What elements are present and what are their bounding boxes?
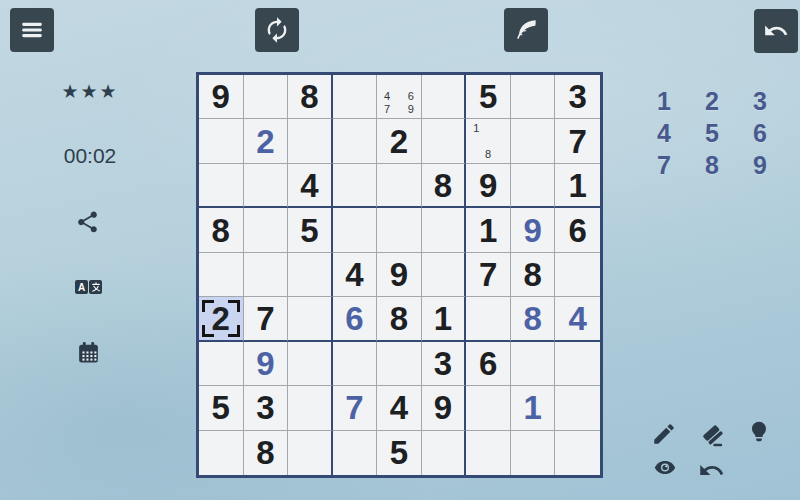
share-button[interactable] <box>75 209 100 235</box>
refresh-icon <box>263 16 291 44</box>
pencil-tool-button[interactable] <box>651 421 677 447</box>
cell-r9c2[interactable]: 8 <box>244 431 289 475</box>
given-digit: 3 <box>256 391 274 424</box>
selection-bracket <box>228 325 240 337</box>
cell-r2c1[interactable] <box>199 119 244 163</box>
eraser-icon <box>699 423 725 449</box>
cell-r1c1[interactable]: 9 <box>199 75 244 119</box>
share-icon <box>75 209 100 235</box>
given-digit: 8 <box>300 80 318 113</box>
given-digit: 1 <box>569 169 587 202</box>
given-digit: 8 <box>212 214 230 247</box>
cell-r7c9[interactable] <box>555 342 600 386</box>
eye-icon <box>650 456 680 479</box>
given-digit: 5 <box>390 436 408 469</box>
user-digit: 9 <box>256 347 274 380</box>
cell-r6c4[interactable]: 6 <box>333 297 378 341</box>
user-digit: 2 <box>256 125 274 158</box>
cell-r9c6[interactable] <box>422 431 467 475</box>
cell-r9c8[interactable] <box>511 431 556 475</box>
numpad-digit-4[interactable]: 4 <box>640 117 688 149</box>
calendar-icon <box>76 339 101 366</box>
given-digit: 9 <box>212 80 230 113</box>
given-digit: 4 <box>345 258 363 291</box>
cell-r8c1[interactable]: 5 <box>199 386 244 430</box>
given-digit: 2 <box>390 125 408 158</box>
cell-r8c5[interactable]: 4 <box>377 386 422 430</box>
cell-r3c7[interactable]: 9 <box>466 164 511 208</box>
user-digit: 4 <box>569 302 587 335</box>
reveal-button[interactable] <box>650 456 680 479</box>
cell-r6c7[interactable] <box>466 297 511 341</box>
cell-r1c4[interactable] <box>333 75 378 119</box>
cell-r7c2[interactable]: 9 <box>244 342 289 386</box>
given-digit: 7 <box>256 302 274 335</box>
cell-r4c3[interactable]: 5 <box>288 208 333 252</box>
cell-r7c3[interactable] <box>288 342 333 386</box>
cell-r6c6[interactable]: 1 <box>422 297 467 341</box>
cell-r2c5[interactable]: 2 <box>377 119 422 163</box>
user-digit: 8 <box>523 302 541 335</box>
pencil-marks: 4679 <box>381 77 417 116</box>
cell-r8c8[interactable]: 1 <box>511 386 556 430</box>
sudoku-board: 9846795322187489185196497827681849365374… <box>196 72 603 478</box>
selection-bracket <box>202 325 214 337</box>
cell-r4c6[interactable] <box>422 208 467 252</box>
cell-r7c8[interactable] <box>511 342 556 386</box>
numpad-digit-3[interactable]: 3 <box>736 85 784 117</box>
cell-r3c5[interactable] <box>377 164 422 208</box>
user-digit: 7 <box>345 391 363 424</box>
cell-r5c4[interactable]: 4 <box>333 253 378 297</box>
cell-r1c3[interactable]: 8 <box>288 75 333 119</box>
cell-r5c8[interactable]: 8 <box>511 253 556 297</box>
cell-r8c2[interactable]: 3 <box>244 386 289 430</box>
cell-r6c9[interactable]: 4 <box>555 297 600 341</box>
menu-button[interactable] <box>10 8 54 52</box>
cell-r8c6[interactable]: 9 <box>422 386 467 430</box>
timer: 00:02 <box>44 144 136 168</box>
cell-r8c7[interactable] <box>466 386 511 430</box>
cell-r2c2[interactable]: 2 <box>244 119 289 163</box>
undo-bottom-icon <box>698 457 725 484</box>
given-digit: 1 <box>434 302 452 335</box>
given-digit: 7 <box>479 258 497 291</box>
undo-icon <box>763 18 789 44</box>
cell-r5c9[interactable] <box>555 253 600 297</box>
cell-r4c7[interactable]: 1 <box>466 208 511 252</box>
given-digit: 9 <box>434 391 452 424</box>
given-digit: 5 <box>212 391 230 424</box>
pencil-icon <box>651 421 677 447</box>
cell-r6c8[interactable]: 8 <box>511 297 556 341</box>
numpad: 1 2 3 4 5 6 7 8 9 <box>640 85 784 181</box>
feather-icon <box>513 17 539 43</box>
given-digit: 5 <box>300 214 318 247</box>
numpad-digit-9[interactable]: 9 <box>736 149 784 181</box>
cell-r3c9[interactable]: 1 <box>555 164 600 208</box>
translate-letter-a: A <box>75 280 88 294</box>
eraser-tool-button[interactable] <box>699 423 725 449</box>
numpad-digit-6[interactable]: 6 <box>736 117 784 149</box>
cell-r6c5[interactable]: 8 <box>377 297 422 341</box>
selection-bracket <box>202 300 214 312</box>
given-digit: 3 <box>569 80 587 113</box>
undo-top-button[interactable] <box>754 9 798 53</box>
cell-r4c9[interactable]: 6 <box>555 208 600 252</box>
difficulty-stars: ★★★ <box>44 80 136 103</box>
given-digit: 8 <box>390 302 408 335</box>
calendar-button[interactable] <box>76 339 101 366</box>
cell-r7c4[interactable] <box>333 342 378 386</box>
given-digit: 4 <box>300 169 318 202</box>
cell-r2c3[interactable] <box>288 119 333 163</box>
cell-r4c5[interactable] <box>377 208 422 252</box>
given-digit: 6 <box>569 214 587 247</box>
cell-r4c1[interactable]: 8 <box>199 208 244 252</box>
given-digit: 8 <box>256 436 274 469</box>
user-digit: 6 <box>345 302 363 335</box>
cell-r3c3[interactable]: 4 <box>288 164 333 208</box>
cell-r2c9[interactable]: 7 <box>555 119 600 163</box>
given-digit: 9 <box>390 258 408 291</box>
cell-r9c5[interactable]: 5 <box>377 431 422 475</box>
numpad-digit-8[interactable]: 8 <box>688 149 736 181</box>
cell-r4c4[interactable] <box>333 208 378 252</box>
new-game-button[interactable] <box>255 8 299 52</box>
translate-cjk-glyph <box>89 280 102 294</box>
cell-r3c4[interactable] <box>333 164 378 208</box>
cell-r2c8[interactable] <box>511 119 556 163</box>
cell-r1c2[interactable] <box>244 75 289 119</box>
cell-r6c1[interactable]: 2 <box>199 297 244 341</box>
cell-r7c5[interactable] <box>377 342 422 386</box>
selection-bracket <box>228 300 240 312</box>
cell-r1c8[interactable] <box>511 75 556 119</box>
numpad-digit-1[interactable]: 1 <box>640 85 688 117</box>
cell-r1c5[interactable]: 4679 <box>377 75 422 119</box>
cell-r4c8[interactable]: 9 <box>511 208 556 252</box>
pencil-mode-button[interactable] <box>504 8 548 52</box>
cell-r5c3[interactable] <box>288 253 333 297</box>
cell-r5c5[interactable]: 9 <box>377 253 422 297</box>
cell-r9c4[interactable] <box>333 431 378 475</box>
cell-r6c3[interactable] <box>288 297 333 341</box>
undo-tool-button[interactable] <box>698 457 725 484</box>
cell-r8c9[interactable] <box>555 386 600 430</box>
cell-r1c7[interactable]: 5 <box>466 75 511 119</box>
user-digit: 9 <box>523 214 541 247</box>
cell-r3c8[interactable] <box>511 164 556 208</box>
cell-r1c9[interactable]: 3 <box>555 75 600 119</box>
cell-r6c2[interactable]: 7 <box>244 297 289 341</box>
given-digit: 8 <box>523 258 541 291</box>
cell-r2c7[interactable]: 18 <box>466 119 511 163</box>
cell-r7c7[interactable]: 6 <box>466 342 511 386</box>
cell-r7c1[interactable] <box>199 342 244 386</box>
given-digit: 9 <box>479 169 497 202</box>
cell-r5c6[interactable] <box>422 253 467 297</box>
cell-r3c6[interactable]: 8 <box>422 164 467 208</box>
given-digit: 6 <box>479 347 497 380</box>
given-digit: 3 <box>434 347 452 380</box>
hint-button[interactable] <box>747 418 771 446</box>
cell-r4c2[interactable] <box>244 208 289 252</box>
hamburger-icon <box>19 17 45 43</box>
cell-r9c9[interactable] <box>555 431 600 475</box>
lightbulb-icon <box>747 418 771 446</box>
cell-r2c4[interactable] <box>333 119 378 163</box>
translate-icon: A <box>75 280 102 294</box>
cell-r7c6[interactable]: 3 <box>422 342 467 386</box>
numpad-digit-7[interactable]: 7 <box>640 149 688 181</box>
cell-r2c6[interactable] <box>422 119 467 163</box>
translate-button[interactable]: A <box>75 280 102 294</box>
given-digit: 7 <box>569 125 587 158</box>
numpad-digit-2[interactable]: 2 <box>688 85 736 117</box>
given-digit: 5 <box>479 80 497 113</box>
cell-r1c6[interactable] <box>422 75 467 119</box>
given-digit: 8 <box>434 169 452 202</box>
cell-r9c7[interactable] <box>466 431 511 475</box>
cell-r9c1[interactable] <box>199 431 244 475</box>
cell-r8c3[interactable] <box>288 386 333 430</box>
cell-r5c1[interactable] <box>199 253 244 297</box>
pencil-marks: 18 <box>470 121 506 160</box>
given-digit: 4 <box>390 391 408 424</box>
user-digit: 1 <box>523 391 541 424</box>
numpad-digit-5[interactable]: 5 <box>688 117 736 149</box>
cell-r9c3[interactable] <box>288 431 333 475</box>
cell-r5c2[interactable] <box>244 253 289 297</box>
cell-r3c2[interactable] <box>244 164 289 208</box>
given-digit: 1 <box>479 214 497 247</box>
cell-r3c1[interactable] <box>199 164 244 208</box>
cell-r8c4[interactable]: 7 <box>333 386 378 430</box>
cell-r5c7[interactable]: 7 <box>466 253 511 297</box>
